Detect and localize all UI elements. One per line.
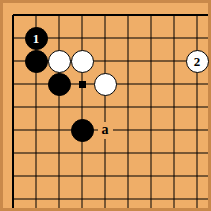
stone-black-move-1[interactable]: 1 <box>25 27 48 50</box>
point-label-a[interactable]: a <box>98 122 113 139</box>
star-point-marker <box>79 81 86 88</box>
stone-white-move-2[interactable]: 2 <box>186 50 209 73</box>
go-board: a12 <box>3 3 208 208</box>
stone-white[interactable] <box>48 50 71 73</box>
diagram-frame: a12 <box>0 0 211 211</box>
stone-white[interactable] <box>94 73 117 96</box>
stone-black[interactable] <box>48 73 71 96</box>
stone-white[interactable] <box>71 50 94 73</box>
stone-black[interactable] <box>71 119 94 142</box>
stone-black[interactable] <box>25 50 48 73</box>
